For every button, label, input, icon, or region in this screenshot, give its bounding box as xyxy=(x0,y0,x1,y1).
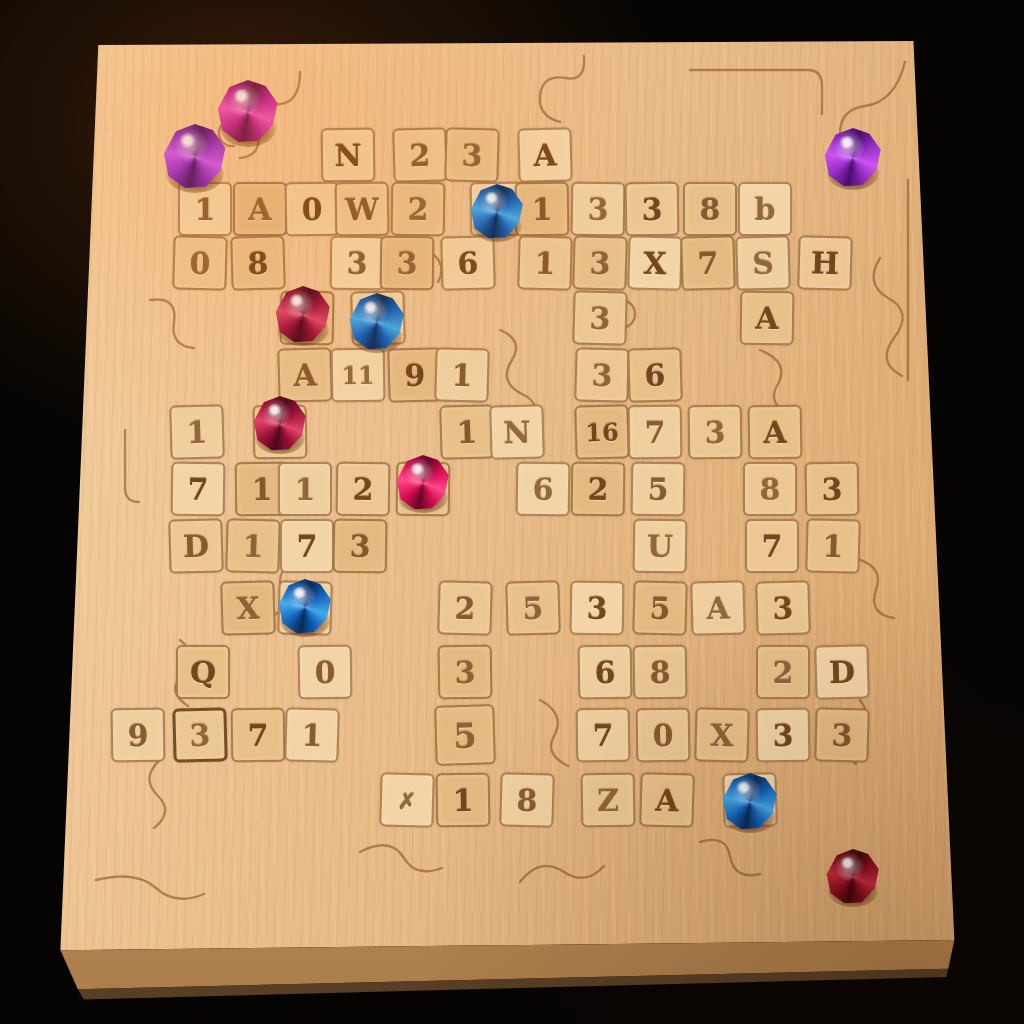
gem-token-blue[interactable] xyxy=(277,579,333,635)
gem-token-crimson[interactable] xyxy=(274,286,332,344)
gem-token-crimson[interactable] xyxy=(252,396,308,452)
gems-layer xyxy=(0,0,1024,1024)
gem-token-purple[interactable] xyxy=(823,128,883,188)
gem-token-purple[interactable] xyxy=(162,124,228,190)
gem-token-blue[interactable] xyxy=(721,773,779,831)
gem-token-blue[interactable] xyxy=(348,293,406,351)
gem-token-darkred[interactable] xyxy=(825,849,881,905)
gem-token-pink[interactable] xyxy=(395,455,451,511)
scene: N23A1A0W21338b0833613X7SH3AA11913611N167… xyxy=(0,0,1024,1024)
gem-token-blue[interactable] xyxy=(469,184,525,240)
